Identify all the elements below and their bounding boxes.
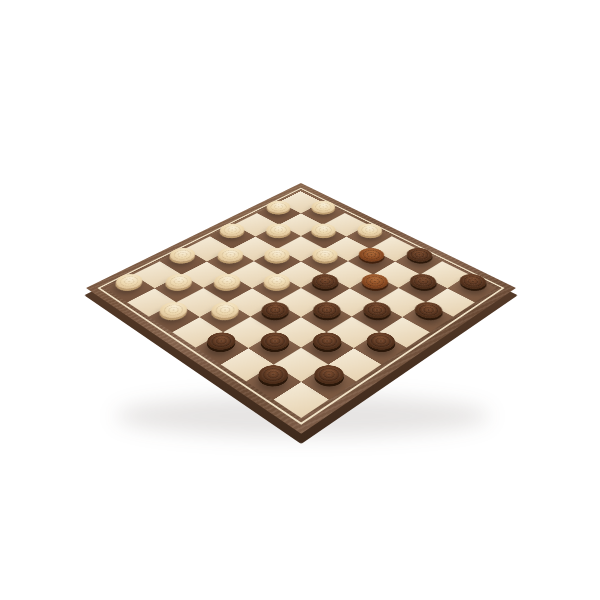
- product-photo-stage: [0, 0, 600, 600]
- board-grid: [106, 191, 496, 418]
- checkers-board: [86, 183, 516, 434]
- board-3d-scene: [0, 0, 600, 600]
- square-r5c2[interactable]: [203, 274, 252, 302]
